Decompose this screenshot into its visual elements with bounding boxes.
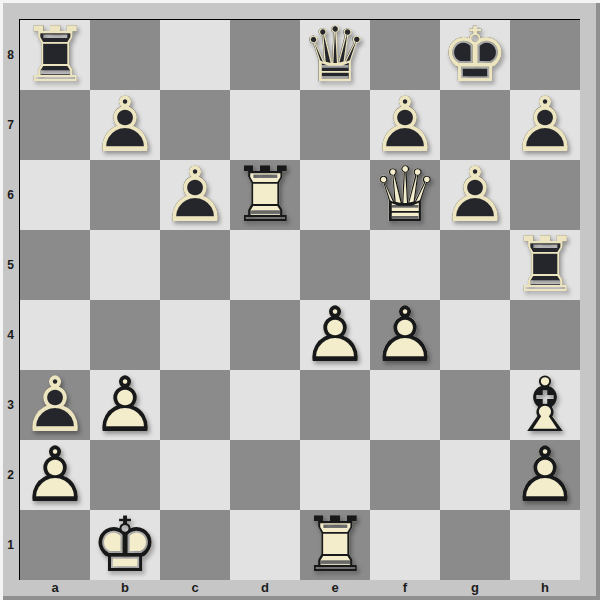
piece-white-pawn[interactable]: ♟♙ xyxy=(510,440,580,510)
file-label-c: c xyxy=(160,580,230,596)
piece-outline-glyph: ♙ xyxy=(370,300,440,370)
piece-outline-glyph: ♙ xyxy=(160,160,230,230)
file-label-h: h xyxy=(510,580,580,596)
piece-white-rook[interactable]: ♜♖ xyxy=(230,160,300,230)
piece-white-pawn[interactable]: ♟♙ xyxy=(300,300,370,370)
square-d5[interactable] xyxy=(230,230,300,300)
square-f3[interactable] xyxy=(370,370,440,440)
square-e6[interactable] xyxy=(300,160,370,230)
piece-outline-glyph: ♕ xyxy=(370,160,440,230)
piece-outline-glyph: ♖ xyxy=(300,510,370,580)
square-a7[interactable] xyxy=(20,90,90,160)
piece-white-pawn[interactable]: ♟♙ xyxy=(20,440,90,510)
square-c1[interactable] xyxy=(160,510,230,580)
square-a2[interactable]: ♟♙ xyxy=(20,440,90,510)
file-label-e: e xyxy=(300,580,370,596)
piece-white-queen[interactable]: ♛♕ xyxy=(370,160,440,230)
piece-black-rook[interactable]: ♜♖ xyxy=(20,20,90,90)
square-d6[interactable]: ♜♖ xyxy=(230,160,300,230)
piece-outline-glyph: ♖ xyxy=(20,20,90,90)
file-label-a: a xyxy=(20,580,90,596)
piece-outline-glyph: ♙ xyxy=(90,370,160,440)
piece-white-pawn[interactable]: ♟♙ xyxy=(370,300,440,370)
piece-outline-glyph: ♙ xyxy=(90,90,160,160)
square-d4[interactable] xyxy=(230,300,300,370)
square-d8[interactable] xyxy=(230,20,300,90)
rank-label-4: 4 xyxy=(2,300,19,370)
piece-black-pawn[interactable]: ♟♙ xyxy=(90,90,160,160)
chess-diagram: ♜♖♛♕♚♔♟♙♟♙♟♙♟♙♜♖♛♕♟♙♜♖♟♙♟♙♟♙♟♙♝♗♟♙♟♙♚♔♜♖… xyxy=(0,0,600,600)
square-a5[interactable] xyxy=(20,230,90,300)
square-c5[interactable] xyxy=(160,230,230,300)
file-label-f: f xyxy=(370,580,440,596)
piece-outline-glyph: ♙ xyxy=(440,160,510,230)
square-d3[interactable] xyxy=(230,370,300,440)
piece-outline-glyph: ♕ xyxy=(300,20,370,90)
square-g8[interactable]: ♚♔ xyxy=(440,20,510,90)
piece-outline-glyph: ♙ xyxy=(300,300,370,370)
chess-board: ♜♖♛♕♚♔♟♙♟♙♟♙♟♙♜♖♛♕♟♙♜♖♟♙♟♙♟♙♟♙♝♗♟♙♟♙♚♔♜♖ xyxy=(19,19,580,580)
square-b7[interactable]: ♟♙ xyxy=(90,90,160,160)
square-c8[interactable] xyxy=(160,20,230,90)
piece-black-pawn[interactable]: ♟♙ xyxy=(160,160,230,230)
square-h7[interactable]: ♟♙ xyxy=(510,90,580,160)
rank-label-3: 3 xyxy=(2,370,19,440)
square-d2[interactable] xyxy=(230,440,300,510)
rank-label-1: 1 xyxy=(2,510,19,580)
square-e3[interactable] xyxy=(300,370,370,440)
square-c4[interactable] xyxy=(160,300,230,370)
piece-black-king[interactable]: ♚♔ xyxy=(440,20,510,90)
piece-outline-glyph: ♔ xyxy=(90,510,160,580)
square-g6[interactable]: ♟♙ xyxy=(440,160,510,230)
square-h5[interactable]: ♜♖ xyxy=(510,230,580,300)
square-f2[interactable] xyxy=(370,440,440,510)
piece-outline-glyph: ♖ xyxy=(510,230,580,300)
square-b5[interactable] xyxy=(90,230,160,300)
piece-outline-glyph: ♖ xyxy=(230,160,300,230)
piece-outline-glyph: ♙ xyxy=(20,440,90,510)
piece-black-pawn[interactable]: ♟♙ xyxy=(510,90,580,160)
square-a1[interactable] xyxy=(20,510,90,580)
rank-label-5: 5 xyxy=(2,230,19,300)
square-b6[interactable] xyxy=(90,160,160,230)
square-h1[interactable] xyxy=(510,510,580,580)
square-f1[interactable] xyxy=(370,510,440,580)
rank-label-7: 7 xyxy=(2,90,19,160)
square-g3[interactable] xyxy=(440,370,510,440)
square-g5[interactable] xyxy=(440,230,510,300)
rank-label-8: 8 xyxy=(2,20,19,90)
square-f6[interactable]: ♛♕ xyxy=(370,160,440,230)
square-e1[interactable]: ♜♖ xyxy=(300,510,370,580)
square-d1[interactable] xyxy=(230,510,300,580)
square-e4[interactable]: ♟♙ xyxy=(300,300,370,370)
rank-label-6: 6 xyxy=(2,160,19,230)
square-g1[interactable] xyxy=(440,510,510,580)
file-label-b: b xyxy=(90,580,160,596)
piece-outline-glyph: ♙ xyxy=(510,440,580,510)
square-e7[interactable] xyxy=(300,90,370,160)
square-f4[interactable]: ♟♙ xyxy=(370,300,440,370)
square-g4[interactable] xyxy=(440,300,510,370)
file-label-d: d xyxy=(230,580,300,596)
rank-label-2: 2 xyxy=(2,440,19,510)
square-g2[interactable] xyxy=(440,440,510,510)
piece-white-pawn[interactable]: ♟♙ xyxy=(90,370,160,440)
piece-black-rook[interactable]: ♜♖ xyxy=(510,230,580,300)
piece-black-queen[interactable]: ♛♕ xyxy=(300,20,370,90)
square-c6[interactable]: ♟♙ xyxy=(160,160,230,230)
square-b3[interactable]: ♟♙ xyxy=(90,370,160,440)
piece-black-pawn[interactable]: ♟♙ xyxy=(440,160,510,230)
file-label-g: g xyxy=(440,580,510,596)
square-b1[interactable]: ♚♔ xyxy=(90,510,160,580)
square-c3[interactable] xyxy=(160,370,230,440)
square-e8[interactable]: ♛♕ xyxy=(300,20,370,90)
piece-outline-glyph: ♙ xyxy=(510,90,580,160)
square-a8[interactable]: ♜♖ xyxy=(20,20,90,90)
square-h2[interactable]: ♟♙ xyxy=(510,440,580,510)
piece-outline-glyph: ♔ xyxy=(440,20,510,90)
square-a6[interactable] xyxy=(20,160,90,230)
square-c2[interactable] xyxy=(160,440,230,510)
piece-white-rook[interactable]: ♜♖ xyxy=(300,510,370,580)
piece-white-king[interactable]: ♚♔ xyxy=(90,510,160,580)
